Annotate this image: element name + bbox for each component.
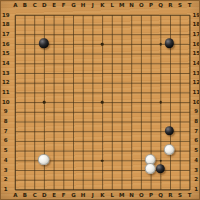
intersection-F5[interactable] [59, 146, 69, 156]
intersection-F9[interactable] [59, 107, 69, 117]
intersection-J15[interactable] [88, 49, 98, 59]
intersection-O8[interactable] [136, 117, 146, 127]
intersection-H5[interactable] [78, 146, 88, 156]
intersection-T18[interactable] [185, 20, 195, 30]
intersection-E10[interactable] [49, 98, 59, 108]
intersection-C18[interactable] [30, 20, 40, 30]
intersection-S8[interactable] [175, 117, 185, 127]
intersection-K6[interactable] [98, 136, 108, 146]
intersection-A10[interactable] [10, 98, 20, 108]
intersection-A13[interactable] [10, 69, 20, 79]
intersection-C15[interactable] [30, 49, 40, 59]
intersection-B19[interactable] [20, 10, 30, 20]
intersection-M1[interactable] [117, 185, 127, 195]
intersection-B11[interactable] [20, 88, 30, 98]
intersection-P2[interactable] [146, 175, 156, 185]
intersection-R10[interactable] [165, 98, 175, 108]
intersection-L12[interactable] [107, 78, 117, 88]
intersection-H16[interactable] [78, 40, 88, 50]
intersection-P19[interactable] [146, 10, 156, 20]
intersection-G15[interactable] [69, 49, 79, 59]
intersection-G14[interactable] [69, 59, 79, 69]
intersection-B14[interactable] [20, 59, 30, 69]
intersection-A12[interactable] [10, 78, 20, 88]
intersection-P10[interactable] [146, 98, 156, 108]
intersection-Q19[interactable] [156, 10, 166, 20]
intersection-M10[interactable] [117, 98, 127, 108]
intersection-G12[interactable] [69, 78, 79, 88]
intersection-S11[interactable] [175, 88, 185, 98]
intersection-K1[interactable] [98, 185, 108, 195]
intersection-K10[interactable] [98, 98, 108, 108]
intersection-G1[interactable] [69, 185, 79, 195]
intersection-P12[interactable] [146, 78, 156, 88]
intersection-J12[interactable] [88, 78, 98, 88]
black-stone-Q3[interactable] [155, 165, 164, 174]
intersection-J9[interactable] [88, 107, 98, 117]
intersection-M5[interactable] [117, 146, 127, 156]
intersection-E5[interactable] [49, 146, 59, 156]
intersection-D19[interactable] [40, 10, 50, 20]
intersection-A5[interactable] [10, 146, 20, 156]
intersection-Q3[interactable] [156, 165, 166, 175]
intersection-N16[interactable] [127, 40, 137, 50]
intersection-M16[interactable] [117, 40, 127, 50]
intersection-Q15[interactable] [156, 49, 166, 59]
intersection-H10[interactable] [78, 98, 88, 108]
intersection-S2[interactable] [175, 175, 185, 185]
intersection-N1[interactable] [127, 185, 137, 195]
intersection-E8[interactable] [49, 117, 59, 127]
intersection-E7[interactable] [49, 127, 59, 137]
intersection-E1[interactable] [49, 185, 59, 195]
intersection-D8[interactable] [40, 117, 50, 127]
intersection-R1[interactable] [165, 185, 175, 195]
intersection-K4[interactable] [98, 156, 108, 166]
intersection-M18[interactable] [117, 20, 127, 30]
intersection-F10[interactable] [59, 98, 69, 108]
intersection-L19[interactable] [107, 10, 117, 20]
intersection-B13[interactable] [20, 69, 30, 79]
intersection-E18[interactable] [49, 20, 59, 30]
intersection-A4[interactable] [10, 156, 20, 166]
intersection-S13[interactable] [175, 69, 185, 79]
intersection-M17[interactable] [117, 30, 127, 40]
intersection-L8[interactable] [107, 117, 117, 127]
intersection-D6[interactable] [40, 136, 50, 146]
intersection-Q1[interactable] [156, 185, 166, 195]
intersection-F2[interactable] [59, 175, 69, 185]
intersection-R5[interactable] [165, 146, 175, 156]
intersection-O12[interactable] [136, 78, 146, 88]
intersection-N5[interactable] [127, 146, 137, 156]
intersection-D3[interactable] [40, 165, 50, 175]
intersection-H3[interactable] [78, 165, 88, 175]
intersection-O9[interactable] [136, 107, 146, 117]
intersection-R12[interactable] [165, 78, 175, 88]
intersection-M14[interactable] [117, 59, 127, 69]
intersection-E6[interactable] [49, 136, 59, 146]
intersection-B2[interactable] [20, 175, 30, 185]
intersection-L4[interactable] [107, 156, 117, 166]
intersection-K11[interactable] [98, 88, 108, 98]
intersection-C11[interactable] [30, 88, 40, 98]
intersection-K18[interactable] [98, 20, 108, 30]
intersection-M4[interactable] [117, 156, 127, 166]
intersection-D2[interactable] [40, 175, 50, 185]
intersection-S14[interactable] [175, 59, 185, 69]
intersection-J14[interactable] [88, 59, 98, 69]
intersection-R7[interactable] [165, 127, 175, 137]
intersection-D11[interactable] [40, 88, 50, 98]
intersection-E16[interactable] [49, 40, 59, 50]
intersection-O16[interactable] [136, 40, 146, 50]
intersection-N12[interactable] [127, 78, 137, 88]
intersection-N19[interactable] [127, 10, 137, 20]
intersection-R14[interactable] [165, 59, 175, 69]
intersection-N9[interactable] [127, 107, 137, 117]
intersection-T19[interactable] [185, 10, 195, 20]
intersection-E17[interactable] [49, 30, 59, 40]
intersection-F14[interactable] [59, 59, 69, 69]
intersection-C9[interactable] [30, 107, 40, 117]
intersection-F4[interactable] [59, 156, 69, 166]
intersection-J10[interactable] [88, 98, 98, 108]
intersection-T13[interactable] [185, 69, 195, 79]
intersection-D9[interactable] [40, 107, 50, 117]
intersection-O11[interactable] [136, 88, 146, 98]
intersection-N18[interactable] [127, 20, 137, 30]
intersection-K7[interactable] [98, 127, 108, 137]
intersection-J8[interactable] [88, 117, 98, 127]
intersection-S18[interactable] [175, 20, 185, 30]
intersection-J16[interactable] [88, 40, 98, 50]
intersection-R4[interactable] [165, 156, 175, 166]
intersection-O19[interactable] [136, 10, 146, 20]
intersection-L16[interactable] [107, 40, 117, 50]
intersection-T9[interactable] [185, 107, 195, 117]
intersection-P17[interactable] [146, 30, 156, 40]
intersection-L18[interactable] [107, 20, 117, 30]
intersection-H4[interactable] [78, 156, 88, 166]
intersection-K12[interactable] [98, 78, 108, 88]
intersection-C6[interactable] [30, 136, 40, 146]
intersection-N8[interactable] [127, 117, 137, 127]
intersection-O17[interactable] [136, 30, 146, 40]
intersection-J7[interactable] [88, 127, 98, 137]
intersection-P16[interactable] [146, 40, 156, 50]
intersection-L7[interactable] [107, 127, 117, 137]
intersection-B9[interactable] [20, 107, 30, 117]
intersection-L13[interactable] [107, 69, 117, 79]
intersection-G9[interactable] [69, 107, 79, 117]
intersection-K15[interactable] [98, 49, 108, 59]
intersection-Q2[interactable] [156, 175, 166, 185]
intersection-R16[interactable] [165, 40, 175, 50]
intersection-A2[interactable] [10, 175, 20, 185]
intersection-M12[interactable] [117, 78, 127, 88]
intersection-A14[interactable] [10, 59, 20, 69]
intersection-C2[interactable] [30, 175, 40, 185]
intersection-O2[interactable] [136, 175, 146, 185]
intersection-N13[interactable] [127, 69, 137, 79]
black-stone-D16[interactable] [39, 39, 48, 48]
intersection-T3[interactable] [185, 165, 195, 175]
intersection-H2[interactable] [78, 175, 88, 185]
intersection-J1[interactable] [88, 185, 98, 195]
intersection-K5[interactable] [98, 146, 108, 156]
intersection-Q6[interactable] [156, 136, 166, 146]
intersection-N4[interactable] [127, 156, 137, 166]
intersection-G4[interactable] [69, 156, 79, 166]
intersection-J17[interactable] [88, 30, 98, 40]
intersection-A18[interactable] [10, 20, 20, 30]
intersection-A8[interactable] [10, 117, 20, 127]
intersection-A17[interactable] [10, 30, 20, 40]
intersection-E4[interactable] [49, 156, 59, 166]
intersection-K2[interactable] [98, 175, 108, 185]
intersection-N3[interactable] [127, 165, 137, 175]
intersection-B1[interactable] [20, 185, 30, 195]
intersection-R13[interactable] [165, 69, 175, 79]
intersection-N2[interactable] [127, 175, 137, 185]
white-stone-R5[interactable] [164, 144, 175, 155]
intersection-F17[interactable] [59, 30, 69, 40]
intersection-M2[interactable] [117, 175, 127, 185]
intersection-Q8[interactable] [156, 117, 166, 127]
intersection-M3[interactable] [117, 165, 127, 175]
intersection-B6[interactable] [20, 136, 30, 146]
intersection-F12[interactable] [59, 78, 69, 88]
intersection-A16[interactable] [10, 40, 20, 50]
intersection-E11[interactable] [49, 88, 59, 98]
intersection-T10[interactable] [185, 98, 195, 108]
intersection-T7[interactable] [185, 127, 195, 137]
intersection-G17[interactable] [69, 30, 79, 40]
intersection-P6[interactable] [146, 136, 156, 146]
intersection-C19[interactable] [30, 10, 40, 20]
intersection-O14[interactable] [136, 59, 146, 69]
intersection-G6[interactable] [69, 136, 79, 146]
intersection-P13[interactable] [146, 69, 156, 79]
intersection-Q10[interactable] [156, 98, 166, 108]
intersection-Q12[interactable] [156, 78, 166, 88]
intersection-K13[interactable] [98, 69, 108, 79]
intersection-A9[interactable] [10, 107, 20, 117]
intersection-A6[interactable] [10, 136, 20, 146]
intersection-P15[interactable] [146, 49, 156, 59]
intersection-T6[interactable] [185, 136, 195, 146]
intersection-P8[interactable] [146, 117, 156, 127]
intersection-C1[interactable] [30, 185, 40, 195]
intersection-L5[interactable] [107, 146, 117, 156]
intersection-T5[interactable] [185, 146, 195, 156]
intersection-A19[interactable] [10, 10, 20, 20]
intersection-N17[interactable] [127, 30, 137, 40]
intersection-E2[interactable] [49, 175, 59, 185]
intersection-N7[interactable] [127, 127, 137, 137]
intersection-S19[interactable] [175, 10, 185, 20]
intersection-K19[interactable] [98, 10, 108, 20]
intersection-C3[interactable] [30, 165, 40, 175]
intersection-C10[interactable] [30, 98, 40, 108]
intersection-H18[interactable] [78, 20, 88, 30]
intersection-K9[interactable] [98, 107, 108, 117]
intersection-B5[interactable] [20, 146, 30, 156]
intersection-O6[interactable] [136, 136, 146, 146]
intersection-N11[interactable] [127, 88, 137, 98]
intersection-G7[interactable] [69, 127, 79, 137]
intersection-H12[interactable] [78, 78, 88, 88]
intersection-S17[interactable] [175, 30, 185, 40]
intersection-E19[interactable] [49, 10, 59, 20]
intersection-P14[interactable] [146, 59, 156, 69]
intersection-Q9[interactable] [156, 107, 166, 117]
intersection-G2[interactable] [69, 175, 79, 185]
black-stone-R16[interactable] [165, 39, 174, 48]
intersection-L6[interactable] [107, 136, 117, 146]
intersection-J19[interactable] [88, 10, 98, 20]
intersection-K17[interactable] [98, 30, 108, 40]
intersection-K3[interactable] [98, 165, 108, 175]
intersection-F3[interactable] [59, 165, 69, 175]
intersection-J5[interactable] [88, 146, 98, 156]
intersection-D1[interactable] [40, 185, 50, 195]
intersection-A7[interactable] [10, 127, 20, 137]
intersection-H13[interactable] [78, 69, 88, 79]
intersection-F6[interactable] [59, 136, 69, 146]
intersection-C8[interactable] [30, 117, 40, 127]
intersection-B10[interactable] [20, 98, 30, 108]
intersection-S4[interactable] [175, 156, 185, 166]
intersection-T8[interactable] [185, 117, 195, 127]
intersection-Q16[interactable] [156, 40, 166, 50]
intersection-T12[interactable] [185, 78, 195, 88]
intersection-L10[interactable] [107, 98, 117, 108]
intersection-H14[interactable] [78, 59, 88, 69]
intersection-F1[interactable] [59, 185, 69, 195]
intersection-M9[interactable] [117, 107, 127, 117]
intersection-R3[interactable] [165, 165, 175, 175]
intersection-M19[interactable] [117, 10, 127, 20]
intersection-O18[interactable] [136, 20, 146, 30]
intersection-G13[interactable] [69, 69, 79, 79]
white-stone-D4[interactable] [38, 154, 49, 165]
intersection-K14[interactable] [98, 59, 108, 69]
white-stone-P3[interactable] [145, 163, 156, 174]
intersection-K8[interactable] [98, 117, 108, 127]
intersection-L17[interactable] [107, 30, 117, 40]
intersection-T4[interactable] [185, 156, 195, 166]
intersection-R15[interactable] [165, 49, 175, 59]
intersection-M15[interactable] [117, 49, 127, 59]
intersection-J13[interactable] [88, 69, 98, 79]
intersection-E12[interactable] [49, 78, 59, 88]
intersection-H6[interactable] [78, 136, 88, 146]
intersection-T16[interactable] [185, 40, 195, 50]
intersection-G19[interactable] [69, 10, 79, 20]
intersection-O15[interactable] [136, 49, 146, 59]
intersection-S16[interactable] [175, 40, 185, 50]
intersection-Q17[interactable] [156, 30, 166, 40]
intersection-R9[interactable] [165, 107, 175, 117]
intersection-Q18[interactable] [156, 20, 166, 30]
intersection-E9[interactable] [49, 107, 59, 117]
intersection-L11[interactable] [107, 88, 117, 98]
intersection-D14[interactable] [40, 59, 50, 69]
intersection-N15[interactable] [127, 49, 137, 59]
intersection-R19[interactable] [165, 10, 175, 20]
intersection-K16[interactable] [98, 40, 108, 50]
intersection-P9[interactable] [146, 107, 156, 117]
intersection-C13[interactable] [30, 69, 40, 79]
intersection-E3[interactable] [49, 165, 59, 175]
intersection-A11[interactable] [10, 88, 20, 98]
intersection-R2[interactable] [165, 175, 175, 185]
intersection-C16[interactable] [30, 40, 40, 50]
intersection-R18[interactable] [165, 20, 175, 30]
intersection-G8[interactable] [69, 117, 79, 127]
intersection-M13[interactable] [117, 69, 127, 79]
intersection-L15[interactable] [107, 49, 117, 59]
intersection-L14[interactable] [107, 59, 117, 69]
intersection-E13[interactable] [49, 69, 59, 79]
intersection-S12[interactable] [175, 78, 185, 88]
intersection-S9[interactable] [175, 107, 185, 117]
intersection-C14[interactable] [30, 59, 40, 69]
intersection-F8[interactable] [59, 117, 69, 127]
intersection-J3[interactable] [88, 165, 98, 175]
intersection-F19[interactable] [59, 10, 69, 20]
intersection-A15[interactable] [10, 49, 20, 59]
intersection-C12[interactable] [30, 78, 40, 88]
intersection-D12[interactable] [40, 78, 50, 88]
intersection-A1[interactable] [10, 185, 20, 195]
intersection-H7[interactable] [78, 127, 88, 137]
intersection-D15[interactable] [40, 49, 50, 59]
intersection-D4[interactable] [40, 156, 50, 166]
intersection-P11[interactable] [146, 88, 156, 98]
intersection-G3[interactable] [69, 165, 79, 175]
intersection-R11[interactable] [165, 88, 175, 98]
intersection-S3[interactable] [175, 165, 185, 175]
intersection-Q13[interactable] [156, 69, 166, 79]
intersection-D16[interactable] [40, 40, 50, 50]
intersection-D18[interactable] [40, 20, 50, 30]
intersection-J4[interactable] [88, 156, 98, 166]
intersection-P1[interactable] [146, 185, 156, 195]
intersection-N14[interactable] [127, 59, 137, 69]
intersection-L9[interactable] [107, 107, 117, 117]
intersection-H11[interactable] [78, 88, 88, 98]
intersection-H17[interactable] [78, 30, 88, 40]
intersection-B3[interactable] [20, 165, 30, 175]
intersection-F15[interactable] [59, 49, 69, 59]
intersection-B12[interactable] [20, 78, 30, 88]
intersection-H8[interactable] [78, 117, 88, 127]
intersection-T14[interactable] [185, 59, 195, 69]
intersection-M8[interactable] [117, 117, 127, 127]
intersection-J11[interactable] [88, 88, 98, 98]
intersection-D13[interactable] [40, 69, 50, 79]
intersection-H9[interactable] [78, 107, 88, 117]
intersection-B15[interactable] [20, 49, 30, 59]
intersection-F16[interactable] [59, 40, 69, 50]
intersection-A3[interactable] [10, 165, 20, 175]
intersection-B16[interactable] [20, 40, 30, 50]
intersection-D10[interactable] [40, 98, 50, 108]
intersection-T11[interactable] [185, 88, 195, 98]
